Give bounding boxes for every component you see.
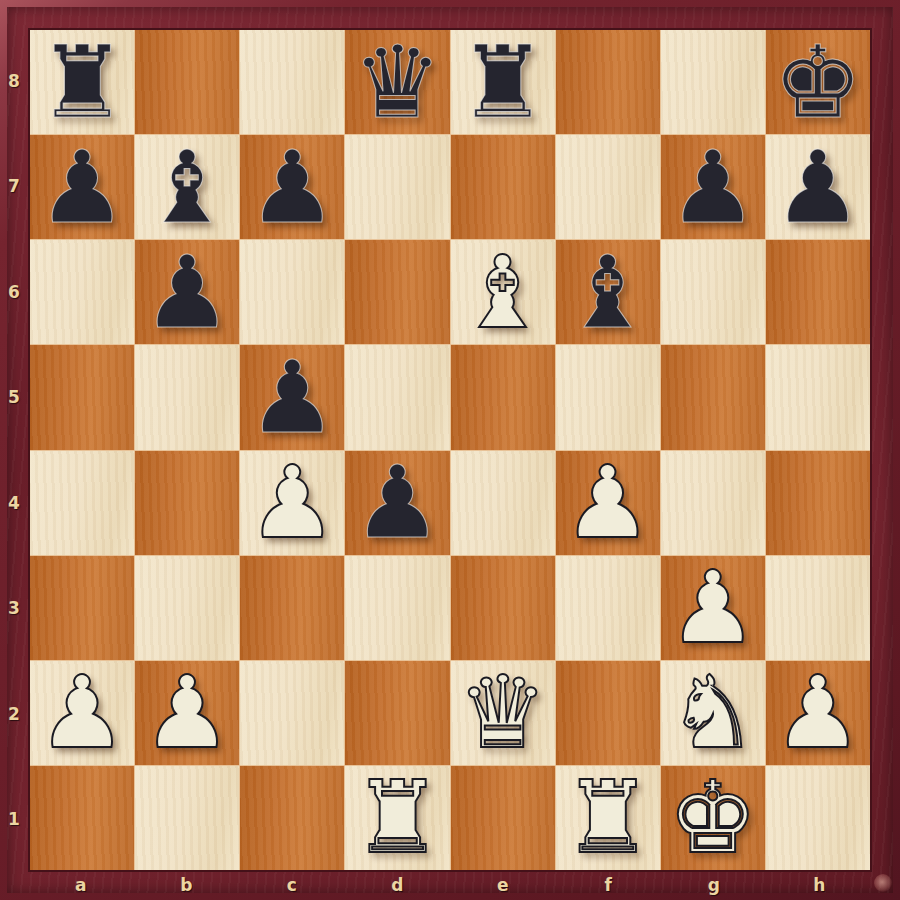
black-bishop-b7: ♝: [142, 135, 232, 239]
square-a2[interactable]: ♟: [30, 661, 134, 765]
file-label-f: f: [556, 871, 662, 899]
square-a7[interactable]: ♟: [30, 135, 134, 239]
square-c1[interactable]: [240, 766, 344, 870]
square-a6[interactable]: [30, 240, 134, 344]
square-h2[interactable]: ♟: [766, 661, 870, 765]
square-d5[interactable]: [345, 345, 449, 449]
square-e3[interactable]: [451, 556, 555, 660]
square-c5[interactable]: ♟: [240, 345, 344, 449]
rank-label-2: 2: [0, 661, 28, 767]
square-h8[interactable]: ♚: [766, 30, 870, 134]
square-b3[interactable]: [135, 556, 239, 660]
black-pawn-b6: ♟: [142, 240, 232, 344]
rank-label-4: 4: [0, 450, 28, 556]
file-label-g: g: [661, 871, 767, 899]
square-e8[interactable]: ♜: [451, 30, 555, 134]
square-b8[interactable]: [135, 30, 239, 134]
square-e5[interactable]: [451, 345, 555, 449]
square-a3[interactable]: [30, 556, 134, 660]
square-h1[interactable]: [766, 766, 870, 870]
square-a8[interactable]: ♜: [30, 30, 134, 134]
square-d1[interactable]: ♜: [345, 766, 449, 870]
square-a4[interactable]: [30, 451, 134, 555]
square-g6[interactable]: [661, 240, 765, 344]
black-pawn-c7: ♟: [247, 135, 337, 239]
square-g2[interactable]: ♞: [661, 661, 765, 765]
square-h5[interactable]: [766, 345, 870, 449]
square-f3[interactable]: [556, 556, 660, 660]
square-c4[interactable]: ♟: [240, 451, 344, 555]
square-g8[interactable]: [661, 30, 765, 134]
square-d8[interactable]: ♛: [345, 30, 449, 134]
black-pawn-h7: ♟: [773, 135, 863, 239]
rank-label-8: 8: [0, 28, 28, 134]
square-b2[interactable]: ♟: [135, 661, 239, 765]
file-label-b: b: [134, 871, 240, 899]
square-e1[interactable]: [451, 766, 555, 870]
square-h4[interactable]: [766, 451, 870, 555]
square-b5[interactable]: [135, 345, 239, 449]
square-c8[interactable]: [240, 30, 344, 134]
square-e6[interactable]: ♝: [451, 240, 555, 344]
square-g1[interactable]: ♚: [661, 766, 765, 870]
white-king-g1: ♚: [668, 766, 758, 870]
black-rook-e8: ♜: [458, 30, 548, 134]
white-rook-d1: ♜: [353, 766, 443, 870]
rank-label-5: 5: [0, 345, 28, 451]
rank-label-7: 7: [0, 134, 28, 240]
square-f2[interactable]: [556, 661, 660, 765]
square-f8[interactable]: [556, 30, 660, 134]
rank-label-6: 6: [0, 239, 28, 345]
white-pawn-h2: ♟: [773, 661, 863, 765]
square-d7[interactable]: [345, 135, 449, 239]
board-frame: ♜♛♜♚♟♝♟♟♟♟♝♝♟♟♟♟♟♟♟♛♞♟♜♜♚ 87654321 abcde…: [0, 0, 900, 900]
white-rook-f1: ♜: [563, 766, 653, 870]
chess-board: ♜♛♜♚♟♝♟♟♟♟♝♝♟♟♟♟♟♟♟♛♞♟♜♜♚: [28, 28, 872, 872]
white-bishop-e6: ♝: [458, 240, 548, 344]
file-label-h: h: [767, 871, 873, 899]
black-pawn-a7: ♟: [37, 135, 127, 239]
square-c7[interactable]: ♟: [240, 135, 344, 239]
square-b4[interactable]: [135, 451, 239, 555]
square-g4[interactable]: [661, 451, 765, 555]
black-queen-d8: ♛: [353, 30, 443, 134]
square-b7[interactable]: ♝: [135, 135, 239, 239]
square-e4[interactable]: [451, 451, 555, 555]
square-d4[interactable]: ♟: [345, 451, 449, 555]
white-pawn-g3: ♟: [668, 556, 758, 660]
square-c2[interactable]: [240, 661, 344, 765]
white-knight-g2: ♞: [668, 661, 758, 765]
square-b1[interactable]: [135, 766, 239, 870]
square-h6[interactable]: [766, 240, 870, 344]
square-c3[interactable]: [240, 556, 344, 660]
square-e7[interactable]: [451, 135, 555, 239]
square-g5[interactable]: [661, 345, 765, 449]
square-f1[interactable]: ♜: [556, 766, 660, 870]
file-label-d: d: [345, 871, 451, 899]
square-d3[interactable]: [345, 556, 449, 660]
square-c6[interactable]: [240, 240, 344, 344]
rank-label-3: 3: [0, 556, 28, 662]
black-pawn-c5: ♟: [247, 345, 337, 449]
square-e2[interactable]: ♛: [451, 661, 555, 765]
square-h3[interactable]: [766, 556, 870, 660]
square-g7[interactable]: ♟: [661, 135, 765, 239]
rank-label-1: 1: [0, 767, 28, 873]
square-d2[interactable]: [345, 661, 449, 765]
white-queen-e2: ♛: [458, 661, 548, 765]
white-pawn-f4: ♟: [563, 451, 653, 555]
black-pawn-d4: ♟: [353, 451, 443, 555]
square-h7[interactable]: ♟: [766, 135, 870, 239]
square-f7[interactable]: [556, 135, 660, 239]
file-label-e: e: [450, 871, 556, 899]
black-rook-a8: ♜: [37, 30, 127, 134]
square-f4[interactable]: ♟: [556, 451, 660, 555]
white-pawn-a2: ♟: [37, 661, 127, 765]
square-a5[interactable]: [30, 345, 134, 449]
file-label-c: c: [239, 871, 345, 899]
square-f5[interactable]: [556, 345, 660, 449]
square-b6[interactable]: ♟: [135, 240, 239, 344]
square-a1[interactable]: [30, 766, 134, 870]
square-d6[interactable]: [345, 240, 449, 344]
white-pawn-c4: ♟: [247, 451, 337, 555]
black-bishop-f6: ♝: [563, 240, 653, 344]
black-king-h8: ♚: [773, 30, 863, 134]
white-pawn-b2: ♟: [142, 661, 232, 765]
file-label-a: a: [28, 871, 134, 899]
black-pawn-g7: ♟: [668, 135, 758, 239]
square-g3[interactable]: ♟: [661, 556, 765, 660]
frame-corner-highlight: [874, 874, 892, 892]
square-f6[interactable]: ♝: [556, 240, 660, 344]
